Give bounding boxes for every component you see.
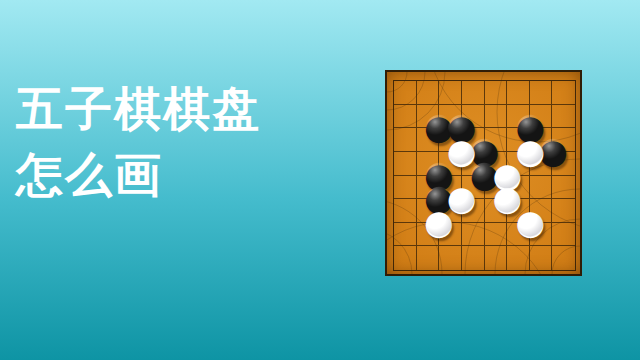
board-cell[interactable] xyxy=(485,128,508,152)
board-cell[interactable] xyxy=(462,176,485,200)
board-cell[interactable] xyxy=(507,199,530,223)
gomoku-board: ●●●●●●●●●●●●●●● xyxy=(385,70,582,276)
board-cell[interactable] xyxy=(417,105,440,129)
board-cell[interactable] xyxy=(417,81,440,105)
board-cell[interactable] xyxy=(530,128,553,152)
title-line-2: 怎么画 xyxy=(16,142,261,208)
board-cell[interactable] xyxy=(552,223,575,247)
board-cell[interactable] xyxy=(462,152,485,176)
page-title: 五子棋棋盘 怎么画 xyxy=(16,76,261,208)
board-cell[interactable] xyxy=(439,81,462,105)
board-cell[interactable] xyxy=(394,128,417,152)
board-cell[interactable] xyxy=(417,128,440,152)
title-line-1: 五子棋棋盘 xyxy=(16,76,261,142)
board-cell[interactable] xyxy=(394,246,417,270)
board-cell[interactable] xyxy=(530,223,553,247)
board-cell[interactable] xyxy=(530,81,553,105)
board-cell[interactable] xyxy=(530,176,553,200)
board-cell[interactable] xyxy=(417,246,440,270)
board-cell[interactable] xyxy=(394,176,417,200)
board-cell[interactable] xyxy=(507,246,530,270)
board-cell[interactable] xyxy=(394,152,417,176)
board-cell[interactable] xyxy=(507,105,530,129)
board-cell[interactable] xyxy=(485,223,508,247)
board-cell[interactable] xyxy=(530,246,553,270)
board-cell[interactable] xyxy=(462,128,485,152)
board-cell[interactable] xyxy=(507,152,530,176)
board-cell[interactable] xyxy=(485,152,508,176)
board-cell[interactable] xyxy=(485,105,508,129)
board-cell[interactable] xyxy=(507,128,530,152)
board-cell[interactable] xyxy=(439,128,462,152)
board-cell[interactable] xyxy=(530,105,553,129)
board-cell[interactable] xyxy=(507,223,530,247)
board-cell[interactable] xyxy=(417,176,440,200)
board-cell[interactable] xyxy=(462,81,485,105)
board-cell[interactable] xyxy=(530,199,553,223)
board-cell[interactable] xyxy=(507,176,530,200)
board-grid xyxy=(393,80,576,271)
board-cell[interactable] xyxy=(552,128,575,152)
board-cell[interactable] xyxy=(552,199,575,223)
board-cell[interactable] xyxy=(417,152,440,176)
board-cell[interactable] xyxy=(417,223,440,247)
board-cell[interactable] xyxy=(552,246,575,270)
board-cell[interactable] xyxy=(439,105,462,129)
board-cell[interactable] xyxy=(552,105,575,129)
board-cell[interactable] xyxy=(394,199,417,223)
board-cell[interactable] xyxy=(462,223,485,247)
board-cell[interactable] xyxy=(552,152,575,176)
board-cell[interactable] xyxy=(485,81,508,105)
board-cell[interactable] xyxy=(485,246,508,270)
board-cell[interactable] xyxy=(462,105,485,129)
board-cell[interactable] xyxy=(394,105,417,129)
board-cell[interactable] xyxy=(462,199,485,223)
board-cell[interactable] xyxy=(485,199,508,223)
board-cell[interactable] xyxy=(552,81,575,105)
board-cell[interactable] xyxy=(530,152,553,176)
board-cell[interactable] xyxy=(439,246,462,270)
board-cell[interactable] xyxy=(417,199,440,223)
board-cell[interactable] xyxy=(439,176,462,200)
board-cell[interactable] xyxy=(552,176,575,200)
board-cell[interactable] xyxy=(439,223,462,247)
board-cell[interactable] xyxy=(485,176,508,200)
board-cell[interactable] xyxy=(439,199,462,223)
board-cell[interactable] xyxy=(462,246,485,270)
board-cell[interactable] xyxy=(394,81,417,105)
board-cell[interactable] xyxy=(507,81,530,105)
board-cell[interactable] xyxy=(394,223,417,247)
board-cell[interactable] xyxy=(439,152,462,176)
